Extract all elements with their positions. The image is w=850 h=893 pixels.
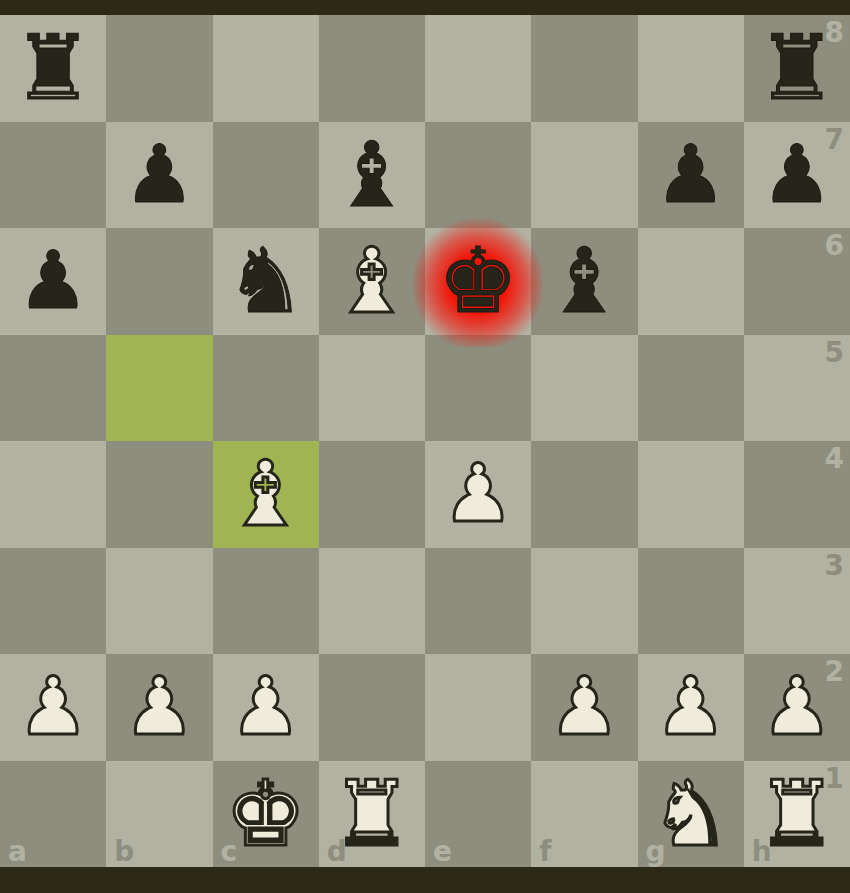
piece-black-rook[interactable]: ♜ <box>0 15 106 122</box>
square-h2[interactable]: ♟ <box>744 654 850 761</box>
square-d1[interactable]: ♜ <box>319 761 425 868</box>
piece-black-rook[interactable]: ♜ <box>744 15 850 122</box>
piece-white-pawn[interactable]: ♟ <box>744 654 850 761</box>
square-c3[interactable] <box>213 548 319 655</box>
square-f7[interactable] <box>531 122 637 229</box>
square-g3[interactable] <box>638 548 744 655</box>
square-h3[interactable] <box>744 548 850 655</box>
square-c5[interactable] <box>213 335 319 442</box>
square-g7[interactable]: ♟ <box>638 122 744 229</box>
piece-black-pawn[interactable]: ♟ <box>744 122 850 229</box>
square-c2[interactable]: ♟ <box>213 654 319 761</box>
board: ♜♜♟♝♟♟♟♞♝♚♝♝♟♟♟♟♟♟♟♚♜♞♜87654321abcdefgh <box>0 15 850 867</box>
square-f4[interactable] <box>531 441 637 548</box>
square-c8[interactable] <box>213 15 319 122</box>
square-e3[interactable] <box>425 548 531 655</box>
square-g2[interactable]: ♟ <box>638 654 744 761</box>
square-e7[interactable] <box>425 122 531 229</box>
square-d7[interactable]: ♝ <box>319 122 425 229</box>
piece-black-bishop[interactable]: ♝ <box>319 122 425 229</box>
square-h4[interactable] <box>744 441 850 548</box>
square-b8[interactable] <box>106 15 212 122</box>
square-b2[interactable]: ♟ <box>106 654 212 761</box>
square-e6[interactable]: ♚ <box>425 228 531 335</box>
square-d6[interactable]: ♝ <box>319 228 425 335</box>
square-a7[interactable] <box>0 122 106 229</box>
square-b7[interactable]: ♟ <box>106 122 212 229</box>
square-e4[interactable]: ♟ <box>425 441 531 548</box>
square-h7[interactable]: ♟ <box>744 122 850 229</box>
square-a2[interactable]: ♟ <box>0 654 106 761</box>
piece-black-pawn[interactable]: ♟ <box>106 122 212 229</box>
piece-black-bishop[interactable]: ♝ <box>531 228 637 335</box>
square-f1[interactable] <box>531 761 637 868</box>
piece-white-knight[interactable]: ♞ <box>638 761 744 868</box>
square-g4[interactable] <box>638 441 744 548</box>
piece-black-pawn[interactable]: ♟ <box>638 122 744 229</box>
square-g8[interactable] <box>638 15 744 122</box>
square-b3[interactable] <box>106 548 212 655</box>
square-c4[interactable]: ♝ <box>213 441 319 548</box>
square-a3[interactable] <box>0 548 106 655</box>
piece-white-pawn[interactable]: ♟ <box>0 654 106 761</box>
square-b6[interactable] <box>106 228 212 335</box>
piece-white-pawn[interactable]: ♟ <box>425 441 531 548</box>
square-b1[interactable] <box>106 761 212 868</box>
square-a8[interactable]: ♜ <box>0 15 106 122</box>
square-h6[interactable] <box>744 228 850 335</box>
piece-white-king[interactable]: ♚ <box>213 761 319 868</box>
square-f2[interactable]: ♟ <box>531 654 637 761</box>
square-b5[interactable] <box>106 335 212 442</box>
square-c6[interactable]: ♞ <box>213 228 319 335</box>
square-d3[interactable] <box>319 548 425 655</box>
piece-white-pawn[interactable]: ♟ <box>106 654 212 761</box>
square-f8[interactable] <box>531 15 637 122</box>
square-f6[interactable]: ♝ <box>531 228 637 335</box>
square-d4[interactable] <box>319 441 425 548</box>
square-g1[interactable]: ♞ <box>638 761 744 868</box>
square-h1[interactable]: ♜ <box>744 761 850 868</box>
piece-white-pawn[interactable]: ♟ <box>213 654 319 761</box>
square-g5[interactable] <box>638 335 744 442</box>
square-f3[interactable] <box>531 548 637 655</box>
piece-white-pawn[interactable]: ♟ <box>638 654 744 761</box>
square-h8[interactable]: ♜ <box>744 15 850 122</box>
square-a5[interactable] <box>0 335 106 442</box>
square-d8[interactable] <box>319 15 425 122</box>
square-e1[interactable] <box>425 761 531 868</box>
square-e8[interactable] <box>425 15 531 122</box>
piece-white-pawn[interactable]: ♟ <box>531 654 637 761</box>
square-a6[interactable]: ♟ <box>0 228 106 335</box>
piece-white-rook[interactable]: ♜ <box>744 761 850 868</box>
square-e5[interactable] <box>425 335 531 442</box>
square-b4[interactable] <box>106 441 212 548</box>
square-e2[interactable] <box>425 654 531 761</box>
square-a1[interactable] <box>0 761 106 868</box>
square-a4[interactable] <box>0 441 106 548</box>
piece-black-knight[interactable]: ♞ <box>213 228 319 335</box>
square-d2[interactable] <box>319 654 425 761</box>
square-g6[interactable] <box>638 228 744 335</box>
piece-black-pawn[interactable]: ♟ <box>0 228 106 335</box>
square-d5[interactable] <box>319 335 425 442</box>
square-c7[interactable] <box>213 122 319 229</box>
piece-white-bishop[interactable]: ♝ <box>319 228 425 335</box>
piece-black-king[interactable]: ♚ <box>425 228 531 335</box>
square-c1[interactable]: ♚ <box>213 761 319 868</box>
square-h5[interactable] <box>744 335 850 442</box>
square-f5[interactable] <box>531 335 637 442</box>
board-frame: ♜♜♟♝♟♟♟♞♝♚♝♝♟♟♟♟♟♟♟♚♜♞♜87654321abcdefgh <box>0 0 850 893</box>
piece-white-bishop[interactable]: ♝ <box>213 441 319 548</box>
piece-white-rook[interactable]: ♜ <box>319 761 425 868</box>
